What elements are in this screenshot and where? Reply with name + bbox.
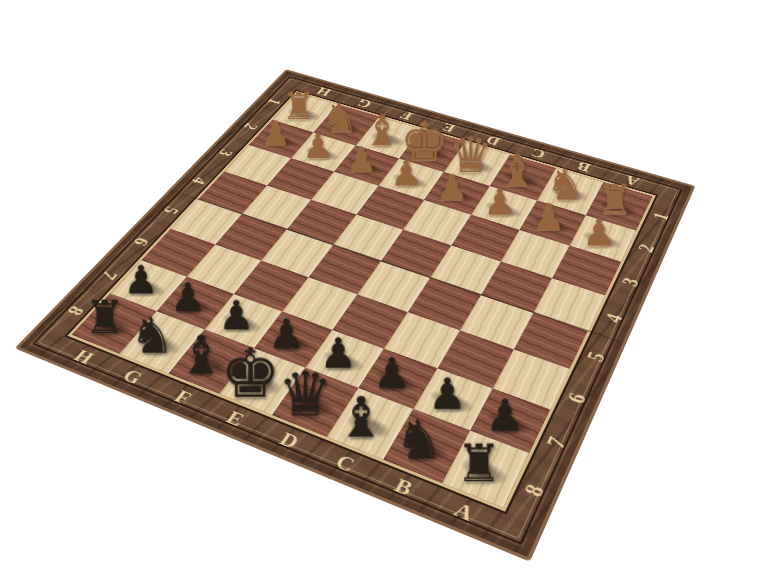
piece-black-king-e8[interactable]: ♚ [220, 339, 281, 407]
file-label-h: H [70, 345, 99, 368]
piece-black-rook-h8[interactable]: ♜ [84, 294, 125, 340]
file-label-a: A [450, 497, 478, 526]
rank-label-2: 2 [634, 241, 659, 254]
rank-label-1: 1 [649, 210, 673, 222]
square-a3[interactable] [552, 246, 621, 296]
piece-black-pawn-h7[interactable]: ♟ [123, 260, 158, 299]
rank-label-5: 5 [582, 349, 609, 365]
file-label-g: G [118, 365, 147, 388]
file-label-b: B [390, 473, 417, 500]
rank-label-3: 3 [618, 275, 644, 289]
chess-board-frame: HGFEDCBA HGFEDCBA 12345678 12345678 ♜♞♝♚… [15, 69, 696, 561]
file-label-e: E [222, 406, 249, 430]
square-a8[interactable]: ♜ [442, 431, 529, 508]
file-label-f: F [170, 385, 196, 408]
file-label-c: C [332, 450, 360, 477]
rank-label-5: 5 [159, 204, 183, 216]
piece-white-pawn-d2[interactable]: ♟ [436, 170, 468, 206]
piece-black-knight-g8[interactable]: ♞ [130, 310, 175, 360]
piece-white-pawn-e2[interactable]: ♟ [390, 156, 422, 191]
rank-label-7: 7 [96, 268, 121, 282]
piece-white-pawn-f2[interactable]: ♟ [346, 142, 377, 177]
rank-label-4: 4 [601, 311, 628, 326]
rank-label-6: 6 [129, 235, 153, 248]
rank-label-8: 8 [519, 480, 550, 500]
rank-label-2: 2 [239, 121, 261, 131]
piece-white-pawn-a2[interactable]: ♟ [582, 214, 616, 251]
rank-label-7: 7 [542, 433, 571, 451]
piece-white-pawn-g2[interactable]: ♟ [302, 129, 333, 163]
piece-black-bishop-c8[interactable]: ♝ [336, 389, 386, 445]
piece-white-pawn-b2[interactable]: ♟ [532, 199, 565, 236]
piece-black-knight-b8[interactable]: ♞ [395, 412, 444, 467]
piece-white-pawn-c2[interactable]: ♟ [483, 184, 516, 220]
piece-black-pawn-g7[interactable]: ♟ [170, 277, 206, 317]
piece-white-pawn-h2[interactable]: ♟ [260, 116, 290, 150]
chessboard-product-photo: HGFEDCBA HGFEDCBA 12345678 12345678 ♜♞♝♚… [0, 0, 767, 576]
piece-black-rook-a8[interactable]: ♜ [456, 437, 503, 489]
rank-label-6: 6 [563, 389, 591, 406]
rank-label-4: 4 [187, 175, 210, 186]
rank-label-3: 3 [214, 147, 236, 158]
board-grid: ♜♞♝♚♛♝♞♜♟♟♟♟♟♟♟♟♟♟♟♟♟♟♟♟♜♞♝♚♛♝♞♜ [72, 93, 652, 508]
piece-black-bishop-f8[interactable]: ♝ [178, 328, 226, 381]
file-label-d: D [275, 427, 303, 453]
piece-black-queen-d8[interactable]: ♛ [277, 364, 333, 426]
piece-black-pawn-a7[interactable]: ♟ [485, 393, 525, 437]
